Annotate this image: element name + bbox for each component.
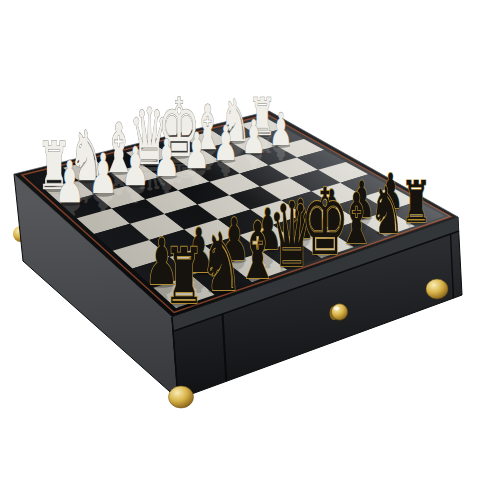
piece-black-knight-g8: ♞ xyxy=(370,172,404,249)
piece-white-pawn-b2: ♟ xyxy=(89,142,118,207)
chess-set: ♜♞♝♛♚♝♞♜♟♟♟♟♟♟♟♟♟♟♟♟♟♟♟♟♜♞♝♛♚♝♞♜♜♞♝♛♚♝♞♜… xyxy=(0,0,480,480)
piece-white-pawn-e2: ♟ xyxy=(183,122,209,180)
piece-white-pawn-h2: ♟ xyxy=(269,104,293,156)
brass-foot-right xyxy=(426,279,448,299)
piece-white-pawn-f2: ♟ xyxy=(213,115,238,171)
piece-white-pawn-d2: ♟ xyxy=(153,129,180,189)
brass-foot-left xyxy=(169,386,194,408)
piece-white-pawn-c2: ♟ xyxy=(121,135,149,197)
piece-black-rook-a8: ♜ xyxy=(164,231,205,321)
product-photo: ♜♞♝♛♚♝♞♜♟♟♟♟♟♟♟♟♟♟♟♟♟♟♟♟♜♞♝♛♚♝♞♜♜♞♝♛♚♝♞♜… xyxy=(0,0,480,480)
piece-black-rook-h8: ♜ xyxy=(401,169,431,236)
piece-white-pawn-a2: ♟ xyxy=(54,149,84,216)
piece-white-pawn-g2: ♟ xyxy=(241,110,265,164)
